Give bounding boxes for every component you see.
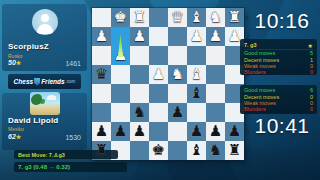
piece-p-b7: ♟ (206, 122, 225, 141)
piece-P-b2: ♟ (206, 27, 225, 46)
player-rating: 1461 (65, 60, 81, 67)
piece-n-b8: ♞ (206, 141, 225, 160)
square-a8[interactable]: ♜ (225, 141, 244, 160)
avatar-photo (30, 92, 60, 115)
square-c3[interactable] (187, 46, 206, 65)
piece-P-c2: ♟ (187, 27, 206, 46)
square-a7[interactable]: ♟ (225, 122, 244, 141)
avatar-silhouette (37, 24, 53, 34)
piece-R-a1: ♜ (225, 8, 244, 27)
piece-p-f7: ♟ (130, 122, 149, 141)
player-card-bottom[interactable]: David Lipold Mexiko 62★ 1530 (2, 93, 87, 150)
stat-count: 1 (310, 57, 313, 63)
stat-count: 0 (310, 100, 313, 106)
move-quality-panel-bottom: Good moves 6 Decent moves 0 Weak moves 0… (240, 85, 317, 114)
square-b1[interactable]: ♞ (206, 8, 225, 27)
square-a1[interactable]: ♜ (225, 8, 244, 27)
square-d6[interactable]: ♟ (168, 103, 187, 122)
square-e4[interactable]: ♟ (149, 65, 168, 84)
current-move: 7. g3 (244, 42, 257, 48)
move-star-icon: ★ (308, 42, 313, 49)
piece-R-f1: ♜ (130, 8, 149, 27)
rank-label-8: 8 (246, 141, 254, 160)
square-b2[interactable]: ♟ (206, 27, 225, 46)
square-e3[interactable] (149, 46, 168, 65)
square-g7[interactable]: ♟ (111, 122, 130, 141)
move-quality-panel-top: 7. g3 ★ Good moves 5 Decent moves 1 Weak… (240, 39, 317, 75)
piece-k-e8: ♚ (149, 141, 168, 160)
star-icon: ★ (16, 60, 21, 66)
piece-n-f6: ♞ (130, 103, 149, 122)
stat-row-blunders: Blunders 0 (244, 69, 313, 75)
file-label-d: d (168, 160, 187, 169)
square-e1[interactable] (149, 8, 168, 27)
player-name: ScorpiusZ (8, 42, 49, 51)
analysis-screen: ScorpiusZ Rusko 50★ 1461 Chess Friends .… (0, 0, 320, 180)
clock-top: 10:16 (244, 9, 320, 33)
chess-board[interactable]: ♚♜♛♝♞♜♟♟♟♟♟♟♛♟♞♝♝♞♟♟♟♟♟♟♟♜♚♝♞♜ (92, 8, 244, 160)
piece-r-a8: ♜ (225, 141, 244, 160)
square-f4[interactable] (130, 65, 149, 84)
piece-K-g1: ♚ (111, 8, 130, 27)
square-g4[interactable] (111, 65, 130, 84)
square-h8[interactable]: ♜ (92, 141, 111, 160)
square-f2[interactable]: ♟ (130, 27, 149, 46)
piece-r-h8: ♜ (92, 141, 111, 160)
avatar-silhouette (41, 14, 49, 22)
square-c7[interactable]: ♟ (187, 122, 206, 141)
square-a2[interactable]: ♟ (225, 27, 244, 46)
square-g6[interactable] (111, 103, 130, 122)
stat-count: 0 (310, 94, 313, 100)
stat-count: 6 (310, 87, 313, 93)
square-b7[interactable]: ♟ (206, 122, 225, 141)
square-c5[interactable]: ♝ (187, 84, 206, 103)
square-b8[interactable]: ♞ (206, 141, 225, 160)
piece-P-h2: ♟ (92, 27, 111, 46)
player-level: 50★ (8, 59, 21, 66)
piece-B-c1: ♝ (187, 8, 206, 27)
logo-text-right: Friends (41, 78, 64, 85)
piece-N-d4: ♞ (168, 65, 187, 84)
square-d2[interactable] (168, 27, 187, 46)
square-c4[interactable]: ♝ (187, 65, 206, 84)
player-level: 62★ (8, 133, 21, 140)
square-e8[interactable]: ♚ (149, 141, 168, 160)
square-c8[interactable]: ♝ (187, 141, 206, 160)
square-e5[interactable] (149, 84, 168, 103)
piece-P-f2: ♟ (130, 27, 149, 46)
star-icon: ★ (16, 134, 21, 140)
square-b4[interactable] (206, 65, 225, 84)
piece-q-h4: ♛ (92, 65, 111, 84)
square-g5[interactable] (111, 84, 130, 103)
square-h5[interactable] (92, 84, 111, 103)
square-e7[interactable] (149, 122, 168, 141)
square-d1[interactable]: ♛ (168, 8, 187, 27)
file-label-b: b (206, 160, 225, 169)
square-h7[interactable]: ♟ (92, 122, 111, 141)
piece-b-c8: ♝ (187, 141, 206, 160)
square-d8[interactable] (168, 141, 187, 160)
eval-bar: 7. g3 (0.48 → 0.32) (14, 162, 127, 172)
avatar (32, 9, 58, 35)
square-f7[interactable]: ♟ (130, 122, 149, 141)
piece-N-b1: ♞ (206, 8, 225, 27)
clock-bottom: 10:41 (244, 114, 320, 138)
square-c1[interactable]: ♝ (187, 8, 206, 27)
square-b3[interactable] (206, 46, 225, 65)
square-h1[interactable] (92, 8, 111, 27)
umbrella-decor (47, 95, 56, 100)
player-card-top[interactable]: ScorpiusZ Rusko 50★ 1461 (2, 4, 87, 71)
square-f8[interactable] (130, 141, 149, 160)
piece-P-a2: ♟ (225, 27, 244, 46)
palm-tree-decor (31, 94, 42, 105)
piece-b-c5: ♝ (187, 84, 206, 103)
square-d7[interactable] (168, 122, 187, 141)
player-country: Mexiko (8, 126, 24, 132)
square-e2[interactable] (149, 27, 168, 46)
square-h4[interactable]: ♛ (92, 65, 111, 84)
square-g1[interactable]: ♚ (111, 8, 130, 27)
chessfriends-logo[interactable]: Chess Friends .com (8, 74, 81, 89)
square-c6[interactable] (187, 103, 206, 122)
file-label-f: f (130, 160, 149, 169)
square-d3[interactable] (168, 46, 187, 65)
square-e6[interactable] (149, 103, 168, 122)
stat-row-blunders: Blunders 0 (244, 106, 313, 112)
square-f1[interactable]: ♜ (130, 8, 149, 27)
file-label-e: e (149, 160, 168, 169)
shield-icon (34, 78, 40, 86)
piece-p-a7: ♟ (225, 122, 244, 141)
square-d5[interactable] (168, 84, 187, 103)
stat-count: 5 (310, 50, 313, 56)
piece-B-c4: ♝ (187, 65, 206, 84)
stat-count: 0 (310, 69, 313, 75)
square-b6[interactable] (206, 103, 225, 122)
piece-p-d6: ♟ (168, 103, 187, 122)
square-f5[interactable] (130, 84, 149, 103)
square-h6[interactable] (92, 103, 111, 122)
square-h3[interactable] (92, 46, 111, 65)
file-label-c: c (187, 160, 206, 169)
piece-P-e4: ♟ (149, 65, 168, 84)
stat-count: 0 (310, 106, 313, 112)
square-f3[interactable] (130, 46, 149, 65)
stat-count: 0 (310, 63, 313, 69)
piece-p-c7: ♟ (187, 122, 206, 141)
player-name: David Lipold (8, 116, 58, 125)
piece-p-h7: ♟ (92, 122, 111, 141)
square-c2[interactable]: ♟ (187, 27, 206, 46)
square-f6[interactable]: ♞ (130, 103, 149, 122)
file-label-a: a (225, 160, 244, 169)
piece-p-g7: ♟ (111, 122, 130, 141)
player-rating: 1530 (65, 134, 81, 141)
square-d4[interactable]: ♞ (168, 65, 187, 84)
current-move-row: 7. g3 ★ (244, 41, 313, 50)
square-h2[interactable]: ♟ (92, 27, 111, 46)
piece-Q-d1: ♛ (168, 8, 187, 27)
logo-text-left: Chess (14, 78, 34, 85)
logo-suffix: .com (66, 79, 76, 84)
square-b5[interactable] (206, 84, 225, 103)
